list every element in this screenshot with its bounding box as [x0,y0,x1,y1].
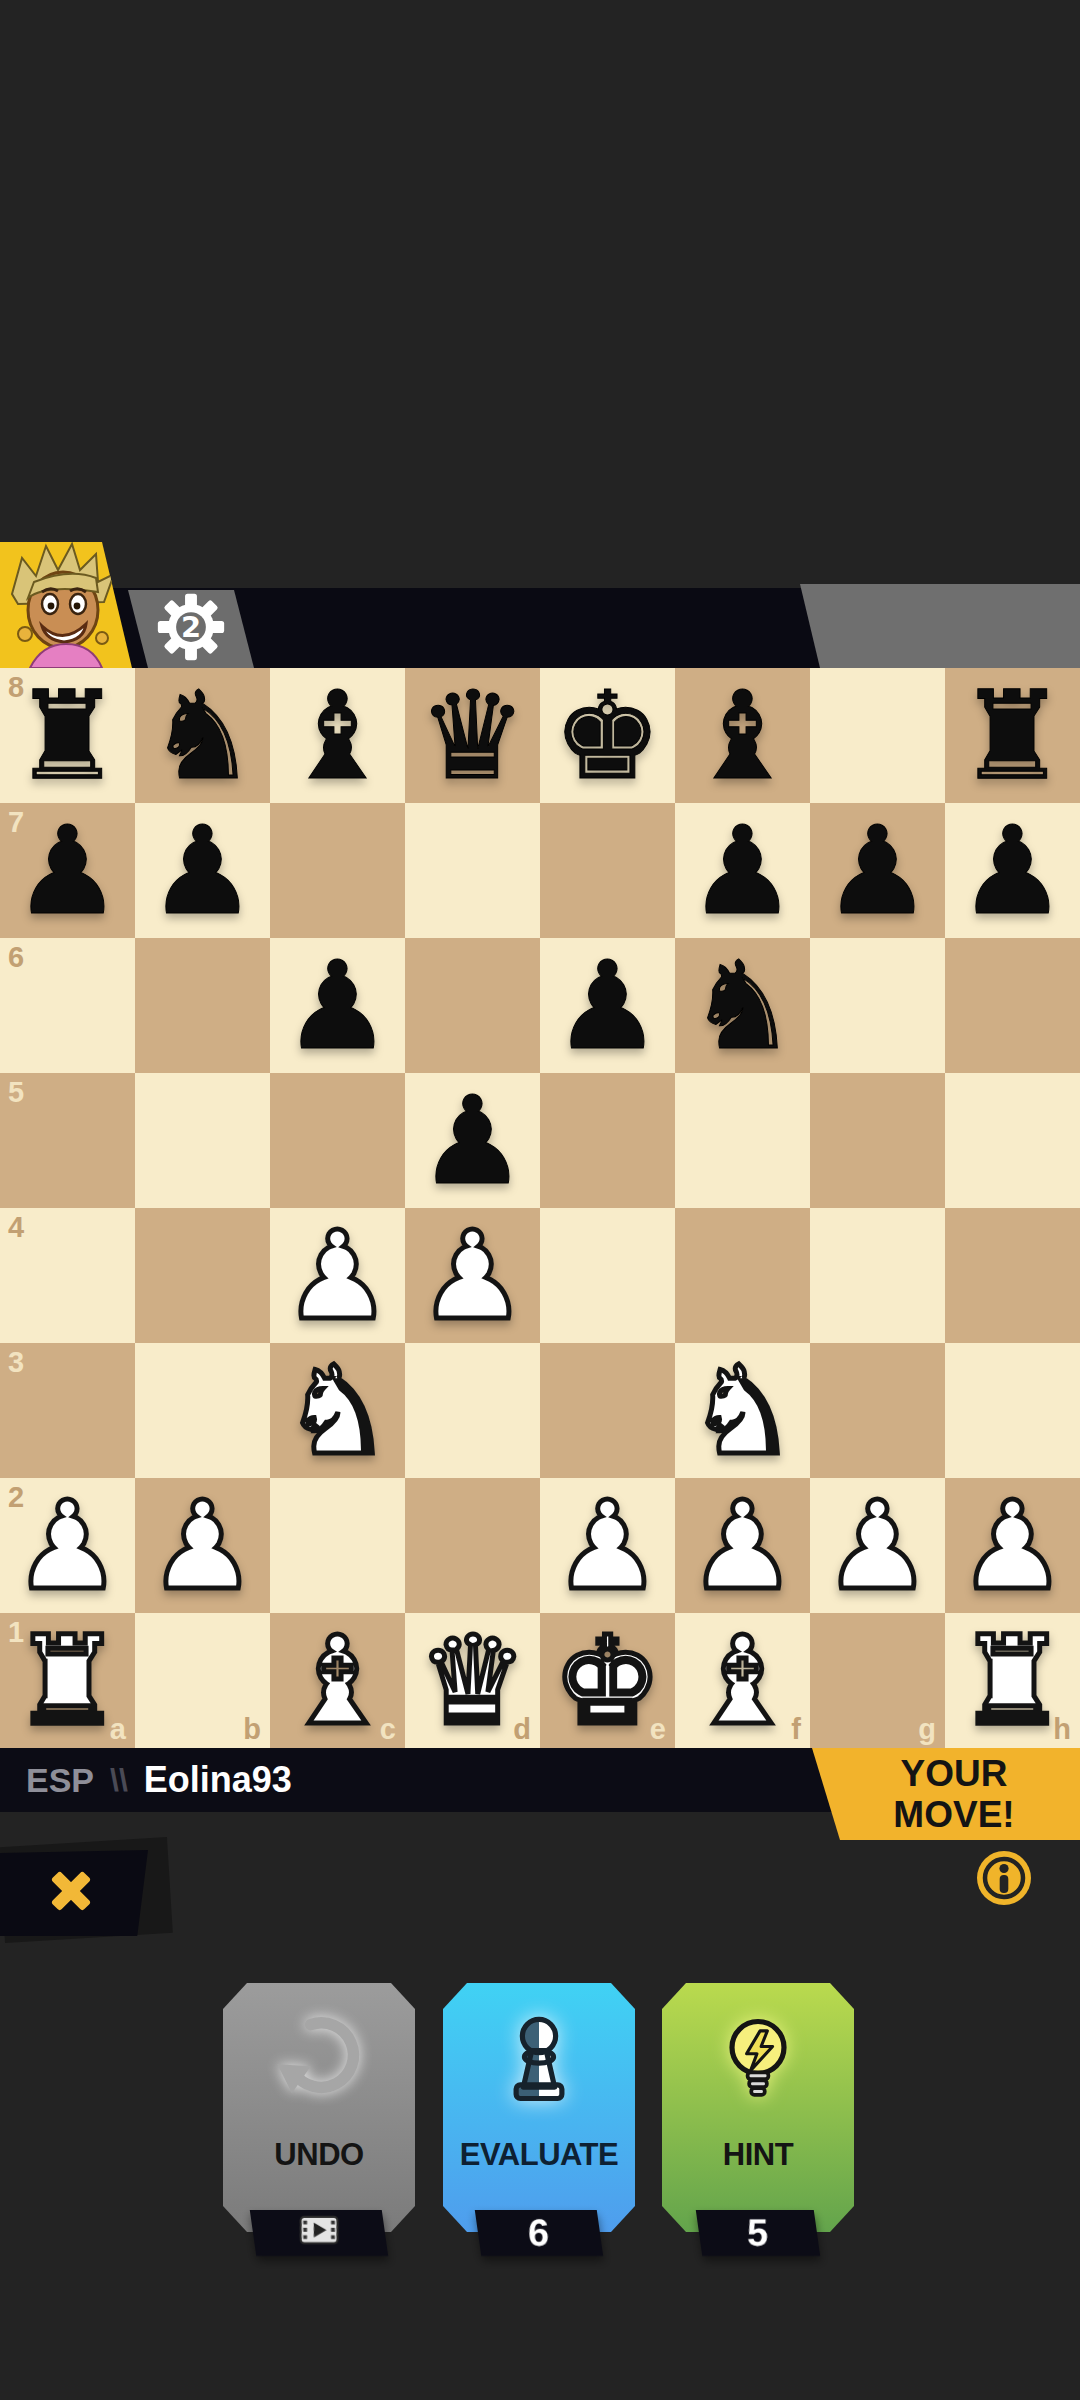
hint-lightbulb-icon [706,1999,810,2121]
undo-label: UNDO [274,2137,363,2173]
square-f1[interactable]: f♝ [675,1613,810,1748]
square-g8[interactable] [810,668,945,803]
piece-white-pawn-c4[interactable]: ♟ [283,1215,392,1337]
evaluate-count-badge[interactable]: 6 [475,2210,603,2256]
square-b3[interactable] [135,1343,270,1478]
piece-white-knight-c3[interactable]: ♞ [283,1350,392,1472]
square-a5[interactable]: 5 [0,1073,135,1208]
file-label-g: g [918,1713,936,1746]
piece-black-pawn-f7[interactable]: ♟ [688,810,797,932]
chess-board: 8♜♞♝♛♚♝♜7♟♟♟♟♟6♟♟♞5♟4♟♟3♞♞2♟♟♟♟♟♟1a♜bc♝d… [0,668,1080,1748]
piece-white-king-e1[interactable]: ♚ [553,1620,662,1742]
piece-black-pawn-a7[interactable]: ♟ [13,810,122,932]
square-g5[interactable] [810,1073,945,1208]
square-h4[interactable] [945,1208,1080,1343]
close-button-area [0,1840,178,1946]
square-a6[interactable]: 6 [0,938,135,1073]
square-f2[interactable]: ♟ [675,1478,810,1613]
avatar-illustration [0,542,132,668]
square-a4[interactable]: 4 [0,1208,135,1343]
piece-white-pawn-d4[interactable]: ♟ [418,1215,527,1337]
square-e2[interactable]: ♟ [540,1478,675,1613]
piece-black-rook-h8[interactable]: ♜ [958,675,1067,797]
evaluate-pawn-icon [487,1999,591,2121]
square-b6[interactable] [135,938,270,1073]
square-e6[interactable]: ♟ [540,938,675,1073]
square-d3[interactable] [405,1343,540,1478]
country-tag: ESP [26,1761,94,1800]
your-move-banner: YOUR MOVE! [812,1748,1080,1840]
square-a3[interactable]: 3 [0,1343,135,1478]
square-c6[interactable]: ♟ [270,938,405,1073]
piece-black-pawn-b7[interactable]: ♟ [148,810,257,932]
close-icon [45,1865,97,1921]
square-d6[interactable] [405,938,540,1073]
piece-black-knight-b8[interactable]: ♞ [148,675,257,797]
square-b1[interactable]: b [135,1613,270,1748]
piece-black-pawn-h7[interactable]: ♟ [958,810,1067,932]
square-e3[interactable] [540,1343,675,1478]
settings-tab[interactable]: 2 [128,590,254,668]
square-e4[interactable] [540,1208,675,1343]
rank-label-5: 5 [8,1076,24,1109]
square-g3[interactable] [810,1343,945,1478]
chess-app-screen: 2 8♜♞♝♛♚♝♜7♟♟♟♟♟6♟♟♞5♟4♟♟3♞♞2♟♟♟♟♟♟1a♜bc… [0,0,1080,2400]
evaluate-label: EVALUATE [460,2137,618,2173]
square-h2[interactable]: ♟ [945,1478,1080,1613]
evaluate-button[interactable]: EVALUATE [443,1983,635,2232]
square-e8[interactable]: ♚ [540,668,675,803]
turn-banner-line2: MOVE! [893,1794,1014,1835]
square-f8[interactable]: ♝ [675,668,810,803]
square-e5[interactable] [540,1073,675,1208]
turn-banner-line1: YOUR [901,1753,1008,1794]
info-icon [974,1894,1034,1911]
piece-white-queen-d1[interactable]: ♛ [418,1620,527,1742]
rank-label-4: 4 [8,1211,24,1244]
undo-icon [267,1999,371,2121]
square-a7[interactable]: 7♟ [0,803,135,938]
square-d5[interactable]: ♟ [405,1073,540,1208]
rank-label-6: 6 [8,941,24,974]
square-d8[interactable]: ♛ [405,668,540,803]
square-h8[interactable]: ♜ [945,668,1080,803]
hint-count-badge[interactable]: 5 [696,2210,820,2256]
info-button[interactable] [974,1848,1034,1908]
square-f3[interactable]: ♞ [675,1343,810,1478]
square-h7[interactable]: ♟ [945,803,1080,938]
piece-black-bishop-c8[interactable]: ♝ [283,675,392,797]
piece-black-pawn-e6[interactable]: ♟ [553,945,662,1067]
rank-label-3: 3 [8,1346,24,1379]
piece-white-pawn-a2[interactable]: ♟ [13,1485,122,1607]
piece-black-queen-d8[interactable]: ♛ [418,675,527,797]
square-d4[interactable]: ♟ [405,1208,540,1343]
square-c8[interactable]: ♝ [270,668,405,803]
square-b5[interactable] [135,1073,270,1208]
piece-white-pawn-g2[interactable]: ♟ [823,1485,932,1607]
square-f6[interactable]: ♞ [675,938,810,1073]
square-h3[interactable] [945,1343,1080,1478]
square-f7[interactable]: ♟ [675,803,810,938]
evaluate-count: 6 [528,2212,549,2255]
square-a2[interactable]: 2♟ [0,1478,135,1613]
header-right-panel [800,584,1080,668]
piece-black-knight-f6[interactable]: ♞ [688,945,797,1067]
status-separator: \\ [110,1762,128,1799]
square-g7[interactable]: ♟ [810,803,945,938]
square-g4[interactable] [810,1208,945,1343]
piece-white-pawn-f2[interactable]: ♟ [688,1485,797,1607]
piece-white-bishop-f1[interactable]: ♝ [688,1620,797,1742]
square-e1[interactable]: e♚ [540,1613,675,1748]
square-d1[interactable]: d♛ [405,1613,540,1748]
square-b4[interactable] [135,1208,270,1343]
gear-icon: 2 [157,593,225,665]
square-g2[interactable]: ♟ [810,1478,945,1613]
square-g1[interactable]: g [810,1613,945,1748]
hint-button[interactable]: HINT [662,1983,854,2232]
square-f5[interactable] [675,1073,810,1208]
square-h5[interactable] [945,1073,1080,1208]
square-c4[interactable]: ♟ [270,1208,405,1343]
undo-watch-ad-badge[interactable] [250,2210,388,2256]
square-d7[interactable] [405,803,540,938]
hint-label: HINT [723,2137,793,2173]
piece-black-pawn-g7[interactable]: ♟ [823,810,932,932]
gear-badge-number: 2 [181,610,201,644]
square-c3[interactable]: ♞ [270,1343,405,1478]
piece-white-rook-h1[interactable]: ♜ [958,1620,1067,1742]
piece-black-pawn-c6[interactable]: ♟ [283,945,392,1067]
piece-white-rook-a1[interactable]: ♜ [13,1620,122,1742]
square-c1[interactable]: c♝ [270,1613,405,1748]
piece-black-pawn-d5[interactable]: ♟ [418,1080,527,1202]
square-f4[interactable] [675,1208,810,1343]
square-d2[interactable] [405,1478,540,1613]
square-b2[interactable]: ♟ [135,1478,270,1613]
opponent-avatar[interactable] [0,542,132,668]
piece-white-knight-f3[interactable]: ♞ [688,1350,797,1472]
piece-white-pawn-h2[interactable]: ♟ [958,1485,1067,1607]
piece-white-pawn-e2[interactable]: ♟ [553,1485,662,1607]
square-b7[interactable]: ♟ [135,803,270,938]
piece-white-pawn-b2[interactable]: ♟ [148,1485,257,1607]
square-c2[interactable] [270,1478,405,1613]
hint-count: 5 [747,2212,768,2255]
square-c5[interactable] [270,1073,405,1208]
close-button[interactable] [0,1850,148,1936]
file-label-b: b [243,1713,261,1746]
square-g6[interactable] [810,938,945,1073]
piece-black-rook-a8[interactable]: ♜ [13,675,122,797]
square-e7[interactable] [540,803,675,938]
square-a1[interactable]: 1a♜ [0,1613,135,1748]
square-b8[interactable]: ♞ [135,668,270,803]
square-a8[interactable]: 8♜ [0,668,135,803]
square-c7[interactable] [270,803,405,938]
square-h6[interactable] [945,938,1080,1073]
square-h1[interactable]: h♜ [945,1613,1080,1748]
piece-white-bishop-c1[interactable]: ♝ [283,1620,392,1742]
piece-black-king-e8[interactable]: ♚ [553,675,662,797]
piece-black-bishop-f8[interactable]: ♝ [688,675,797,797]
undo-button[interactable]: UNDO [223,1983,415,2232]
video-ad-icon [299,2212,339,2255]
player-name: Eolina93 [144,1759,292,1801]
